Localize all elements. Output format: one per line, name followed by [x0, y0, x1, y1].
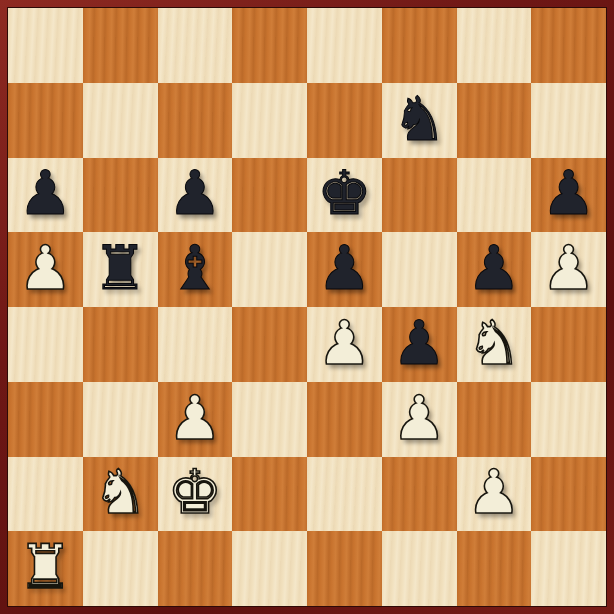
white-pawn-g2[interactable]: ♟: [467, 461, 522, 522]
black-pawn-h6[interactable]: ♟: [541, 162, 596, 223]
square-a2[interactable]: [8, 457, 83, 532]
white-pawn-h5[interactable]: ♟: [541, 237, 596, 298]
black-pawn-f4[interactable]: ♟: [392, 312, 447, 373]
white-knight-b2[interactable]: ♞: [93, 461, 148, 522]
white-king-c2[interactable]: ♚: [168, 461, 223, 522]
square-f1[interactable]: [382, 531, 457, 606]
square-h6[interactable]: ♟: [531, 158, 606, 233]
square-a6[interactable]: ♟: [8, 158, 83, 233]
square-d7[interactable]: [232, 83, 307, 158]
square-b4[interactable]: [83, 307, 158, 382]
square-e6[interactable]: ♚: [307, 158, 382, 233]
square-f5[interactable]: [382, 232, 457, 307]
square-g7[interactable]: [457, 83, 532, 158]
chess-board-frame: ♞♟♟♚♟♟♜♝♟♟♟♟♟♞♟♟♞♚♟♜: [0, 0, 614, 614]
square-c5[interactable]: ♝: [158, 232, 233, 307]
black-knight-f7[interactable]: ♞: [392, 88, 447, 149]
square-f2[interactable]: [382, 457, 457, 532]
square-h4[interactable]: [531, 307, 606, 382]
square-f6[interactable]: [382, 158, 457, 233]
square-g4[interactable]: ♞: [457, 307, 532, 382]
square-c7[interactable]: [158, 83, 233, 158]
square-a5[interactable]: ♟: [8, 232, 83, 307]
white-pawn-a5[interactable]: ♟: [18, 237, 73, 298]
square-e5[interactable]: ♟: [307, 232, 382, 307]
square-b3[interactable]: [83, 382, 158, 457]
square-b6[interactable]: [83, 158, 158, 233]
square-c4[interactable]: [158, 307, 233, 382]
square-d3[interactable]: [232, 382, 307, 457]
black-bishop-c5[interactable]: ♝: [168, 237, 223, 298]
square-g8[interactable]: [457, 8, 532, 83]
square-e7[interactable]: [307, 83, 382, 158]
white-pawn-f3[interactable]: ♟: [392, 387, 447, 448]
square-e1[interactable]: [307, 531, 382, 606]
square-d4[interactable]: [232, 307, 307, 382]
square-b1[interactable]: [83, 531, 158, 606]
square-e4[interactable]: ♟: [307, 307, 382, 382]
square-c2[interactable]: ♚: [158, 457, 233, 532]
square-h1[interactable]: [531, 531, 606, 606]
chess-board: ♞♟♟♚♟♟♜♝♟♟♟♟♟♞♟♟♞♚♟♜: [8, 8, 606, 606]
square-a4[interactable]: [8, 307, 83, 382]
white-pawn-e4[interactable]: ♟: [317, 312, 372, 373]
square-f3[interactable]: ♟: [382, 382, 457, 457]
square-f8[interactable]: [382, 8, 457, 83]
square-e2[interactable]: [307, 457, 382, 532]
black-pawn-c6[interactable]: ♟: [168, 162, 223, 223]
white-pawn-c3[interactable]: ♟: [168, 387, 223, 448]
black-king-e6[interactable]: ♚: [317, 162, 372, 223]
square-h2[interactable]: [531, 457, 606, 532]
square-g6[interactable]: [457, 158, 532, 233]
white-rook-a1[interactable]: ♜: [18, 536, 73, 597]
square-c8[interactable]: [158, 8, 233, 83]
square-g1[interactable]: [457, 531, 532, 606]
square-h3[interactable]: [531, 382, 606, 457]
square-h5[interactable]: ♟: [531, 232, 606, 307]
square-d6[interactable]: [232, 158, 307, 233]
white-knight-g4[interactable]: ♞: [467, 312, 522, 373]
square-c3[interactable]: ♟: [158, 382, 233, 457]
square-a8[interactable]: [8, 8, 83, 83]
black-pawn-e5[interactable]: ♟: [317, 237, 372, 298]
square-a3[interactable]: [8, 382, 83, 457]
square-g2[interactable]: ♟: [457, 457, 532, 532]
square-b8[interactable]: [83, 8, 158, 83]
square-g5[interactable]: ♟: [457, 232, 532, 307]
square-e8[interactable]: [307, 8, 382, 83]
square-c1[interactable]: [158, 531, 233, 606]
square-c6[interactable]: ♟: [158, 158, 233, 233]
square-a1[interactable]: ♜: [8, 531, 83, 606]
black-pawn-a6[interactable]: ♟: [18, 162, 73, 223]
square-f4[interactable]: ♟: [382, 307, 457, 382]
square-b7[interactable]: [83, 83, 158, 158]
square-h8[interactable]: [531, 8, 606, 83]
square-e3[interactable]: [307, 382, 382, 457]
square-d5[interactable]: [232, 232, 307, 307]
square-d8[interactable]: [232, 8, 307, 83]
square-d2[interactable]: [232, 457, 307, 532]
square-b2[interactable]: ♞: [83, 457, 158, 532]
black-rook-b5[interactable]: ♜: [93, 237, 148, 298]
square-b5[interactable]: ♜: [83, 232, 158, 307]
square-f7[interactable]: ♞: [382, 83, 457, 158]
square-d1[interactable]: [232, 531, 307, 606]
black-pawn-g5[interactable]: ♟: [467, 237, 522, 298]
square-g3[interactable]: [457, 382, 532, 457]
square-a7[interactable]: [8, 83, 83, 158]
square-h7[interactable]: [531, 83, 606, 158]
